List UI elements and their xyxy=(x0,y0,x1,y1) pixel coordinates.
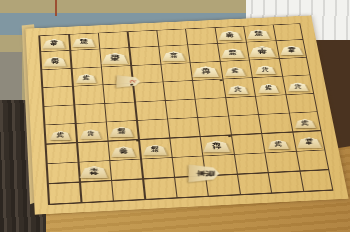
shogi-piece-lance-1b[interactable]: 香車 xyxy=(280,46,304,56)
shogi-piece-knight-2a[interactable]: 桂馬 xyxy=(247,30,270,39)
piece-body: 桂馬 xyxy=(72,38,96,48)
shogi-piece-pawn-3c[interactable]: 歩兵 xyxy=(225,67,246,76)
piece-body: 桂馬 xyxy=(247,30,270,39)
shogi-piece-bishop-4c[interactable]: 角行 xyxy=(192,66,219,77)
piece-kanji: 車 xyxy=(288,50,296,53)
piece-kanji: 飛 xyxy=(205,171,214,177)
piece-body: 歩兵 xyxy=(76,74,97,83)
shogi-piece-promoted-pawn-7c[interactable]: と xyxy=(116,75,140,88)
piece-kanji: 将 xyxy=(118,132,126,135)
hoshi-dot xyxy=(130,84,133,86)
shogi-piece-gold-5b[interactable]: 金将 xyxy=(162,51,185,61)
piece-kanji: 馬 xyxy=(255,34,263,37)
piece-kanji: 兵 xyxy=(83,78,90,80)
piece-kanji: 兵 xyxy=(232,71,239,73)
shogi-photo-scene: 香車桂馬金将桂馬銀将飛車金将銀将王将香車歩兵角行歩兵歩兵と歩兵歩兵歩兵歩兵歩兵銀… xyxy=(0,0,350,232)
shogi-piece-pawn-2g[interactable]: 歩兵 xyxy=(267,140,289,149)
piece-kanji: 車 xyxy=(196,171,205,177)
piece-kanji: 行 xyxy=(201,71,210,74)
shogi-piece-king-8h[interactable]: 玉将 xyxy=(80,166,108,178)
piece-body: 歩兵 xyxy=(228,85,249,94)
piece-body: 歩兵 xyxy=(80,130,102,139)
piece-body: 金将 xyxy=(111,146,136,157)
piece-body: 角行 xyxy=(203,141,231,153)
hoshi-dot xyxy=(220,79,223,81)
piece-body: 王将 xyxy=(249,46,276,57)
shogi-piece-pawn-1d[interactable]: 歩兵 xyxy=(288,82,309,91)
piece-kanji: 将 xyxy=(89,172,98,175)
shogi-piece-silver-9b[interactable]: 銀将 xyxy=(43,57,67,67)
piece-body: 金将 xyxy=(162,51,185,61)
piece-body: 金将 xyxy=(218,31,241,40)
shogi-piece-pawn-1f[interactable]: 歩兵 xyxy=(295,119,317,128)
piece-kanji: 将 xyxy=(170,55,178,58)
piece-kanji: 車 xyxy=(110,58,119,61)
piece-body: 歩兵 xyxy=(288,82,309,91)
piece-body: 香車 xyxy=(280,46,304,56)
piece-body: 飛車 xyxy=(188,165,219,183)
piece-kanji: 将 xyxy=(229,52,237,55)
shogi-piece-pawn-2d[interactable]: 歩兵 xyxy=(258,84,279,93)
piece-body: 歩兵 xyxy=(258,84,279,93)
shogi-piece-king-2b[interactable]: 王将 xyxy=(249,46,276,57)
piece-kanji: 行 xyxy=(212,146,221,149)
piece-kanji: 兵 xyxy=(235,89,242,91)
piece-kanji: 兵 xyxy=(295,86,302,88)
piece-layer: 香車桂馬金将桂馬銀将飛車金将銀将王将香車歩兵角行歩兵歩兵と歩兵歩兵歩兵歩兵歩兵銀… xyxy=(25,15,348,214)
piece-body: 香車 xyxy=(42,39,66,49)
shogi-piece-pawn-9f[interactable]: 歩兵 xyxy=(49,131,71,140)
shogi-piece-pawn-3d[interactable]: 歩兵 xyxy=(228,85,249,94)
piece-body: 銀将 xyxy=(109,127,134,137)
piece-body: 香車 xyxy=(296,137,321,148)
shogi-piece-gold-3a[interactable]: 金将 xyxy=(218,31,241,40)
shogi-piece-silver-3b[interactable]: 銀将 xyxy=(221,48,245,58)
piece-kanji: 将 xyxy=(226,35,234,38)
piece-body: 銀将 xyxy=(221,48,245,58)
shogi-piece-silver-7f[interactable]: 銀将 xyxy=(109,127,134,137)
piece-body: 角行 xyxy=(192,66,219,77)
piece-body: 歩兵 xyxy=(267,140,289,149)
piece-body: 歩兵 xyxy=(49,131,71,140)
piece-kanji: 将 xyxy=(119,151,127,154)
shogi-piece-silver-6g[interactable]: 銀将 xyxy=(142,145,167,156)
shogi-piece-pawn-2c[interactable]: 歩兵 xyxy=(255,66,276,75)
piece-kanji: 将 xyxy=(51,61,59,64)
piece-body: 銀将 xyxy=(142,145,167,156)
shogi-piece-lance-1g[interactable]: 香車 xyxy=(296,137,321,148)
piece-body: 歩兵 xyxy=(255,66,276,75)
piece-kanji: 馬 xyxy=(80,42,88,45)
shogi-piece-rook-5h[interactable]: 飛車 xyxy=(188,165,219,183)
shogi-piece-pawn-8f[interactable]: 歩兵 xyxy=(80,130,102,139)
shogi-board-surface[interactable]: 香車桂馬金将桂馬銀将飛車金将銀将王将香車歩兵角行歩兵歩兵と歩兵歩兵歩兵歩兵歩兵銀… xyxy=(25,15,348,214)
piece-kanji: 将 xyxy=(258,51,267,54)
piece-body: 玉将 xyxy=(80,166,108,178)
shogi-piece-bishop-4g[interactable]: 角行 xyxy=(203,141,231,153)
piece-body: 歩兵 xyxy=(295,119,317,128)
shogi-piece-lance-9a[interactable]: 香車 xyxy=(42,39,66,49)
piece-kanji: 兵 xyxy=(265,88,272,90)
piece-body: 銀将 xyxy=(43,57,67,67)
piece-body: 飛車 xyxy=(101,53,128,64)
piece-kanji: 兵 xyxy=(87,134,94,137)
shogi-piece-gold-7g[interactable]: 金将 xyxy=(111,146,136,157)
piece-kanji: 兵 xyxy=(262,69,269,71)
piece-kanji: 将 xyxy=(150,149,158,152)
piece-kanji: 兵 xyxy=(56,135,63,138)
piece-kanji: 兵 xyxy=(302,123,309,126)
piece-kanji: 兵 xyxy=(275,144,282,147)
piece-kanji: 車 xyxy=(305,142,313,145)
piece-body: と xyxy=(116,75,140,88)
shogi-piece-rook-7b[interactable]: 飛車 xyxy=(101,53,128,64)
shogi-piece-pawn-8c[interactable]: 歩兵 xyxy=(76,74,97,83)
piece-kanji: 車 xyxy=(50,43,58,46)
piece-body: 歩兵 xyxy=(225,67,246,76)
hanging-cord xyxy=(55,0,57,16)
shogi-piece-knight-8a[interactable]: 桂馬 xyxy=(72,38,96,48)
